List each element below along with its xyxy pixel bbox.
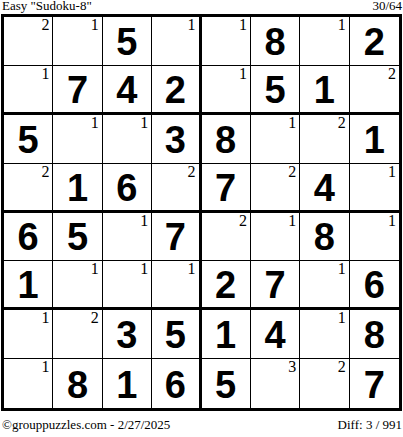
cell-corner-mark: 1 <box>188 17 196 34</box>
cell-value: 7 <box>165 216 186 256</box>
sudoku-cell[interactable]: 3 <box>152 115 201 164</box>
cell-value: 3 <box>116 314 137 354</box>
sudoku-cell[interactable]: 1 <box>53 115 102 164</box>
sudoku-cell[interactable]: 3 <box>251 359 300 408</box>
sudoku-cell[interactable]: 8 <box>202 115 251 164</box>
sudoku-cell[interactable]: 1 <box>300 17 349 66</box>
sudoku-grid: 2151181217421512511381212162724165172181… <box>1 14 402 411</box>
cell-value: 5 <box>67 216 88 256</box>
sudoku-cell[interactable]: 7 <box>202 164 251 213</box>
sudoku-cell[interactable]: 4 <box>103 66 152 115</box>
sudoku-cell[interactable]: 2 <box>202 261 251 310</box>
sudoku-cell[interactable]: 1 <box>53 17 102 66</box>
cell-value: 2 <box>364 21 385 61</box>
sudoku-cell[interactable]: 6 <box>152 359 201 408</box>
cell-value: 1 <box>364 119 385 159</box>
sudoku-page: Easy "Sudoku-8" 30/64 215118121742151251… <box>0 0 403 437</box>
cell-value: 1 <box>18 264 39 304</box>
cell-corner-mark: 2 <box>188 164 196 181</box>
sudoku-cell[interactable]: 1 <box>4 310 53 359</box>
cell-corner-mark: 2 <box>41 164 49 181</box>
sudoku-cell[interactable]: 2 <box>350 17 399 66</box>
cell-value: 1 <box>314 69 335 109</box>
sudoku-cell[interactable]: 5 <box>53 213 102 262</box>
sudoku-cell[interactable]: 7 <box>152 213 201 262</box>
footer: ©grouppuzzles.com - 2/27/2025 Diff: 3 / … <box>0 413 403 437</box>
sudoku-cell[interactable]: 1 <box>251 115 300 164</box>
sudoku-cell[interactable]: 4 <box>300 164 349 213</box>
cell-corner-mark: 2 <box>91 310 99 327</box>
cell-corner-mark: 1 <box>338 261 346 278</box>
cell-value: 7 <box>264 264 285 304</box>
cell-corner-mark: 1 <box>91 115 99 132</box>
sudoku-cell[interactable]: 8 <box>251 17 300 66</box>
sudoku-cell[interactable]: 2 <box>251 164 300 213</box>
sudoku-cell[interactable]: 5 <box>4 115 53 164</box>
sudoku-cell[interactable]: 1 <box>300 261 349 310</box>
sudoku-cell[interactable]: 6 <box>4 213 53 262</box>
cell-corner-mark: 1 <box>288 213 296 230</box>
cell-value: 1 <box>67 167 88 207</box>
cell-value: 3 <box>165 119 186 159</box>
cell-corner-mark: 1 <box>140 115 148 132</box>
copyright-text: ©grouppuzzles.com - 2/27/2025 <box>2 417 170 432</box>
cell-corner-mark: 2 <box>41 17 49 34</box>
sudoku-cell[interactable]: 8 <box>53 359 102 408</box>
sudoku-cell[interactable]: 1 <box>152 17 201 66</box>
sudoku-cell[interactable]: 1 <box>53 164 102 213</box>
cell-value: 2 <box>165 69 186 109</box>
cell-corner-mark: 1 <box>91 261 99 278</box>
sudoku-cell[interactable]: 1 <box>152 261 201 310</box>
cell-corner-mark: 1 <box>140 261 148 278</box>
cell-corner-mark: 2 <box>239 213 247 230</box>
cell-value: 4 <box>264 314 285 354</box>
cell-value: 8 <box>215 119 236 159</box>
cell-corner-mark: 1 <box>288 115 296 132</box>
cell-value: 7 <box>364 364 385 404</box>
sudoku-cell[interactable]: 1 <box>4 66 53 115</box>
sudoku-cell[interactable]: 5 <box>152 310 201 359</box>
cell-corner-mark: 1 <box>41 66 49 83</box>
sudoku-cell[interactable]: 1 <box>300 310 349 359</box>
cell-value: 8 <box>264 21 285 61</box>
sudoku-cell[interactable]: 1 <box>103 261 152 310</box>
cell-value: 7 <box>215 167 236 207</box>
sudoku-cell[interactable]: 1 <box>350 115 399 164</box>
sudoku-cell[interactable]: 1 <box>4 261 53 310</box>
sudoku-cell[interactable]: 5 <box>103 17 152 66</box>
sudoku-cell[interactable]: 2 <box>4 17 53 66</box>
cell-value: 1 <box>116 364 137 404</box>
cell-value: 5 <box>116 21 137 61</box>
sudoku-cell[interactable]: 6 <box>350 261 399 310</box>
sudoku-cell[interactable]: 8 <box>350 310 399 359</box>
sudoku-cell[interactable]: 1 <box>300 66 349 115</box>
cell-corner-mark: 1 <box>140 213 148 230</box>
page-title: Easy "Sudoku-8" <box>2 0 92 13</box>
cell-value: 8 <box>364 314 385 354</box>
cell-corner-mark: 2 <box>388 66 396 83</box>
sudoku-cell[interactable]: 3 <box>103 310 152 359</box>
cell-corner-mark: 1 <box>388 164 396 181</box>
cell-corner-mark: 2 <box>338 359 346 376</box>
cell-corner-mark: 1 <box>388 213 396 230</box>
sudoku-cell[interactable]: 1 <box>4 359 53 408</box>
sudoku-cell[interactable]: 2 <box>300 115 349 164</box>
cell-corner-mark: 1 <box>239 17 247 34</box>
cell-value: 5 <box>264 69 285 109</box>
difficulty-text: Diff: 3 / 991 <box>338 417 402 432</box>
cell-corner-mark: 1 <box>239 66 247 83</box>
sudoku-cell[interactable]: 1 <box>350 164 399 213</box>
sudoku-cell[interactable]: 2 <box>300 359 349 408</box>
sudoku-cell[interactable]: 1 <box>202 66 251 115</box>
sudoku-cell[interactable]: 1 <box>53 261 102 310</box>
cell-corner-mark: 2 <box>338 115 346 132</box>
sudoku-cell[interactable]: 1 <box>103 213 152 262</box>
sudoku-cell[interactable]: 7 <box>350 359 399 408</box>
puzzle-counter: 30/64 <box>372 0 402 13</box>
cell-value: 6 <box>116 167 137 207</box>
sudoku-cell[interactable]: 4 <box>251 310 300 359</box>
cell-value: 2 <box>215 264 236 304</box>
cell-value: 5 <box>165 314 186 354</box>
cell-value: 4 <box>116 69 137 109</box>
sudoku-cell[interactable]: 5 <box>251 66 300 115</box>
sudoku-cell[interactable]: 1 <box>202 17 251 66</box>
cell-value: 4 <box>314 167 335 207</box>
sudoku-cell[interactable]: 1 <box>350 213 399 262</box>
sudoku-cell[interactable]: 2 <box>4 164 53 213</box>
cell-corner-mark: 1 <box>338 310 346 327</box>
cell-value: 6 <box>18 216 39 256</box>
cell-value: 7 <box>67 69 88 109</box>
sudoku-cell[interactable]: 2 <box>152 66 201 115</box>
sudoku-cell[interactable]: 1 <box>103 115 152 164</box>
cell-value: 1 <box>215 314 236 354</box>
cell-value: 5 <box>215 364 236 404</box>
cell-corner-mark: 1 <box>188 261 196 278</box>
cell-corner-mark: 1 <box>41 310 49 327</box>
cell-value: 6 <box>364 264 385 304</box>
cell-corner-mark: 3 <box>288 359 296 376</box>
sudoku-cell[interactable]: 7 <box>53 66 102 115</box>
cell-corner-mark: 1 <box>338 17 346 34</box>
cell-corner-mark: 1 <box>41 359 49 376</box>
sudoku-cell[interactable]: 1 <box>103 359 152 408</box>
sudoku-cell[interactable]: 2 <box>152 164 201 213</box>
sudoku-cell[interactable]: 8 <box>300 213 349 262</box>
cell-value: 8 <box>67 364 88 404</box>
sudoku-cell[interactable]: 1 <box>202 310 251 359</box>
sudoku-cell[interactable]: 2 <box>53 310 102 359</box>
cell-value: 6 <box>165 364 186 404</box>
sudoku-cell[interactable]: 5 <box>202 359 251 408</box>
header: Easy "Sudoku-8" 30/64 <box>0 0 403 14</box>
cell-value: 8 <box>314 216 335 256</box>
cell-corner-mark: 2 <box>288 164 296 181</box>
sudoku-cell[interactable]: 6 <box>103 164 152 213</box>
sudoku-cell[interactable]: 2 <box>350 66 399 115</box>
sudoku-cell[interactable]: 1 <box>251 213 300 262</box>
cell-corner-mark: 1 <box>91 17 99 34</box>
cell-value: 5 <box>18 119 39 159</box>
sudoku-cell[interactable]: 7 <box>251 261 300 310</box>
sudoku-cell[interactable]: 2 <box>202 213 251 262</box>
